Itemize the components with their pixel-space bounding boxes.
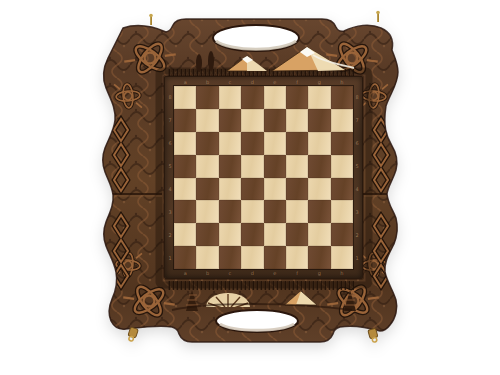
square-c7[interactable]	[219, 109, 241, 132]
file-label: b	[196, 270, 218, 276]
file-label: h	[331, 79, 353, 85]
square-g8[interactable]	[308, 86, 330, 109]
rank-label: 4	[168, 178, 171, 201]
file-label: b	[196, 79, 218, 85]
square-c8[interactable]	[219, 86, 241, 109]
rank-label: 6	[168, 132, 171, 155]
file-label: d	[241, 79, 263, 85]
square-e5[interactable]	[264, 155, 286, 178]
square-g1[interactable]	[308, 246, 330, 269]
tree-fringe-bottom	[168, 281, 354, 290]
square-h2[interactable]	[331, 223, 353, 246]
file-label: g	[308, 79, 330, 85]
square-e8[interactable]	[264, 86, 286, 109]
top-hinge-pin-left	[149, 14, 153, 25]
rank-label: 7	[355, 109, 358, 132]
square-h6[interactable]	[331, 132, 353, 155]
square-g4[interactable]	[308, 178, 330, 201]
square-g3[interactable]	[308, 200, 330, 223]
square-d6[interactable]	[241, 132, 263, 155]
square-g5[interactable]	[308, 155, 330, 178]
chessboard: abcdefgh abcdefgh 87654321 87654321	[165, 77, 362, 278]
square-d1[interactable]	[241, 246, 263, 269]
square-h7[interactable]	[331, 109, 353, 132]
file-label: g	[308, 270, 330, 276]
square-e1[interactable]	[264, 246, 286, 269]
square-f6[interactable]	[286, 132, 308, 155]
square-h1[interactable]	[331, 246, 353, 269]
square-f5[interactable]	[286, 155, 308, 178]
square-a3[interactable]	[174, 200, 196, 223]
cypress-tree-icon	[196, 54, 202, 72]
rank-label: 2	[355, 223, 358, 246]
rank-label: 7	[168, 109, 171, 132]
square-f1[interactable]	[286, 246, 308, 269]
square-a6[interactable]	[174, 132, 196, 155]
file-label: a	[174, 270, 196, 276]
square-d2[interactable]	[241, 223, 263, 246]
product-photo: abcdefgh abcdefgh 87654321 87654321	[0, 0, 500, 375]
square-e7[interactable]	[264, 109, 286, 132]
top-handle[interactable]	[213, 25, 299, 51]
square-e3[interactable]	[264, 200, 286, 223]
square-a2[interactable]	[174, 223, 196, 246]
square-f7[interactable]	[286, 109, 308, 132]
square-c1[interactable]	[219, 246, 241, 269]
rank-label: 8	[168, 86, 171, 109]
square-b4[interactable]	[196, 178, 218, 201]
square-d4[interactable]	[241, 178, 263, 201]
file-label: f	[286, 79, 308, 85]
rank-label: 2	[168, 223, 171, 246]
square-c6[interactable]	[219, 132, 241, 155]
square-e2[interactable]	[264, 223, 286, 246]
rank-label: 3	[168, 200, 171, 223]
board-grid	[174, 86, 353, 269]
file-label: f	[286, 270, 308, 276]
square-b8[interactable]	[196, 86, 218, 109]
file-labels-top: abcdefgh	[174, 78, 353, 86]
square-d5[interactable]	[241, 155, 263, 178]
square-c3[interactable]	[219, 200, 241, 223]
file-label: e	[264, 79, 286, 85]
square-d3[interactable]	[241, 200, 263, 223]
square-g6[interactable]	[308, 132, 330, 155]
square-h8[interactable]	[331, 86, 353, 109]
square-b7[interactable]	[196, 109, 218, 132]
bottom-handle[interactable]	[216, 310, 298, 332]
rank-labels-right: 87654321	[353, 86, 361, 269]
top-hinge-pin-right	[376, 11, 380, 22]
square-g7[interactable]	[308, 109, 330, 132]
square-h3[interactable]	[331, 200, 353, 223]
square-a1[interactable]	[174, 246, 196, 269]
square-a7[interactable]	[174, 109, 196, 132]
square-a5[interactable]	[174, 155, 196, 178]
rank-label: 6	[355, 132, 358, 155]
file-label: c	[219, 270, 241, 276]
square-d7[interactable]	[241, 109, 263, 132]
file-labels-bottom: abcdefgh	[174, 269, 353, 277]
rank-label: 8	[355, 86, 358, 109]
square-b6[interactable]	[196, 132, 218, 155]
square-f2[interactable]	[286, 223, 308, 246]
square-a8[interactable]	[174, 86, 196, 109]
rank-labels-left: 87654321	[166, 86, 174, 269]
square-c5[interactable]	[219, 155, 241, 178]
square-b3[interactable]	[196, 200, 218, 223]
file-label: e	[264, 270, 286, 276]
rank-label: 5	[168, 155, 171, 178]
square-e4[interactable]	[264, 178, 286, 201]
file-label: d	[241, 270, 263, 276]
file-label: c	[219, 79, 241, 85]
rank-label: 1	[168, 246, 171, 269]
rank-label: 3	[355, 200, 358, 223]
square-f4[interactable]	[286, 178, 308, 201]
square-h4[interactable]	[331, 178, 353, 201]
square-f3[interactable]	[286, 200, 308, 223]
square-b2[interactable]	[196, 223, 218, 246]
rank-label: 4	[355, 178, 358, 201]
rank-label: 1	[355, 246, 358, 269]
square-c4[interactable]	[219, 178, 241, 201]
square-g2[interactable]	[308, 223, 330, 246]
file-label: a	[174, 79, 196, 85]
square-h5[interactable]	[331, 155, 353, 178]
square-f8[interactable]	[286, 86, 308, 109]
square-c2[interactable]	[219, 223, 241, 246]
square-a4[interactable]	[174, 178, 196, 201]
file-label: h	[331, 270, 353, 276]
square-e6[interactable]	[264, 132, 286, 155]
cypress-tree-icon	[208, 51, 214, 71]
square-b1[interactable]	[196, 246, 218, 269]
square-d8[interactable]	[241, 86, 263, 109]
rank-label: 5	[355, 155, 358, 178]
square-b5[interactable]	[196, 155, 218, 178]
